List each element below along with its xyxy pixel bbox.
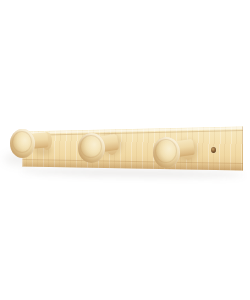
- peg-2-knob-ring: [80, 135, 102, 158]
- rail-right-end-edge: [242, 126, 244, 171]
- peg-1-knob: [10, 129, 35, 158]
- screw-pilot-hole: [211, 147, 216, 153]
- wooden-rail-board: [22, 126, 243, 171]
- peg-1-knob-ring: [12, 131, 32, 153]
- peg-3-knob: [153, 137, 180, 168]
- product-photo: [0, 0, 250, 300]
- peg-2-knob: [78, 133, 105, 163]
- peg-3-knob-ring: [155, 139, 177, 163]
